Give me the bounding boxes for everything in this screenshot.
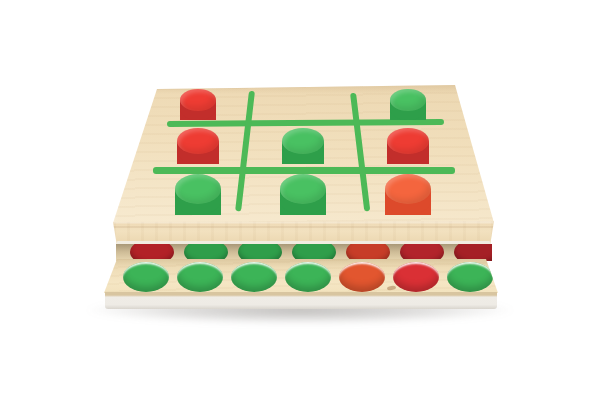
stored-disc-front-4[interactable] bbox=[285, 262, 331, 292]
stored-disc-front-7[interactable] bbox=[447, 262, 493, 292]
cell-r0c0[interactable] bbox=[145, 82, 250, 118]
cell-r1c1[interactable] bbox=[250, 118, 355, 166]
stored-disc-front-5[interactable] bbox=[339, 262, 385, 292]
piece-red-disc[interactable] bbox=[387, 128, 429, 164]
stored-disc-back-7[interactable] bbox=[454, 244, 492, 261]
cell-r1c2[interactable] bbox=[356, 118, 461, 166]
stored-disc-back-1[interactable] bbox=[130, 244, 174, 261]
board-grid bbox=[145, 82, 461, 214]
stored-disc-front-6[interactable] bbox=[393, 262, 439, 292]
disc-top-face bbox=[280, 174, 326, 204]
cell-r0c1[interactable] bbox=[250, 82, 355, 118]
piece-green-disc[interactable] bbox=[280, 174, 326, 215]
piece-green-disc[interactable] bbox=[282, 128, 324, 164]
stored-disc-back-5[interactable] bbox=[346, 244, 390, 261]
stored-disc-back-3[interactable] bbox=[238, 244, 282, 261]
wood-knot bbox=[387, 285, 396, 290]
stored-disc-back-6[interactable] bbox=[400, 244, 444, 261]
stored-disc-back-2[interactable] bbox=[184, 244, 228, 261]
disc-top-face bbox=[175, 174, 221, 204]
stored-disc-front-1[interactable] bbox=[123, 262, 169, 292]
piece-green-disc[interactable] bbox=[390, 89, 426, 120]
stored-disc-front-2[interactable] bbox=[177, 262, 223, 292]
drawer-cavity bbox=[116, 244, 492, 261]
drawer-front-edge[interactable] bbox=[105, 292, 497, 309]
cell-r0c2[interactable] bbox=[356, 82, 461, 118]
piece-green-disc[interactable] bbox=[175, 174, 221, 215]
stored-disc-back-4[interactable] bbox=[292, 244, 336, 261]
game-box bbox=[0, 0, 600, 400]
board-surface bbox=[105, 80, 500, 225]
disc-top-face bbox=[180, 89, 216, 111]
piece-red-disc[interactable] bbox=[177, 128, 219, 164]
disc-top-face bbox=[385, 174, 431, 204]
drawer-tray[interactable] bbox=[104, 259, 498, 293]
disc-top-face bbox=[177, 128, 219, 154]
disc-top-face bbox=[390, 89, 426, 111]
piece-red-disc[interactable] bbox=[180, 89, 216, 120]
cell-r2c1[interactable] bbox=[250, 166, 355, 214]
cell-r1c0[interactable] bbox=[145, 118, 250, 166]
cell-r2c0[interactable] bbox=[145, 166, 250, 214]
cell-r2c2[interactable] bbox=[356, 166, 461, 214]
piece-orange-disc[interactable] bbox=[385, 174, 431, 215]
disc-top-face bbox=[282, 128, 324, 154]
stored-disc-front-3[interactable] bbox=[231, 262, 277, 292]
photo-stage: Product photo of a wooden tic-tac-toe ga… bbox=[0, 0, 600, 400]
